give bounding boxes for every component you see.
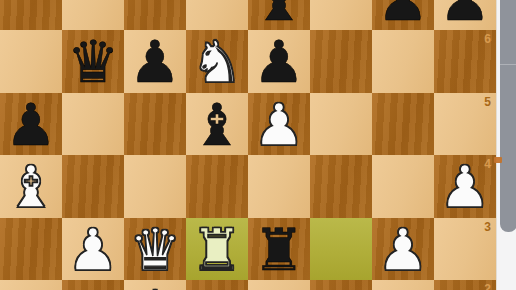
piece-black-pawn-c6[interactable]: ♟: [129, 33, 181, 91]
square-f7[interactable]: [310, 0, 372, 30]
square-b3[interactable]: ♟: [62, 218, 124, 281]
square-a2[interactable]: [0, 280, 62, 290]
square-b2[interactable]: [62, 280, 124, 290]
square-h7[interactable]: ♟: [434, 0, 496, 30]
rank-label-2: 2: [484, 283, 491, 290]
piece-white-pawn-h4[interactable]: ♟: [439, 158, 491, 216]
square-f4[interactable]: [310, 155, 372, 218]
piece-black-rook-e3[interactable]: ♜: [253, 221, 305, 279]
piece-black-queen-b6[interactable]: ♛: [67, 33, 119, 91]
square-e5[interactable]: ♟: [248, 93, 310, 156]
square-d7[interactable]: [186, 0, 248, 30]
square-a7[interactable]: [0, 0, 62, 30]
square-a3[interactable]: [0, 218, 62, 281]
square-a4[interactable]: ♝: [0, 155, 62, 218]
square-d3[interactable]: ♜: [186, 218, 248, 281]
square-f2[interactable]: [310, 280, 372, 290]
square-g5[interactable]: [372, 93, 434, 156]
square-e2[interactable]: [248, 280, 310, 290]
scrollbar-track[interactable]: [496, 0, 516, 290]
rank-label-6: 6: [484, 33, 491, 45]
chess-board: ♝♟♟♛♟♞♟6♟♝♟5♝4♟♟♛♜♜♟3♚2: [0, 0, 496, 290]
square-h5[interactable]: 5: [434, 93, 496, 156]
square-d5[interactable]: ♝: [186, 93, 248, 156]
square-f3[interactable]: [310, 218, 372, 281]
piece-white-pawn-b3[interactable]: ♟: [67, 221, 119, 279]
piece-black-pawn-e6[interactable]: ♟: [253, 33, 305, 91]
square-b7[interactable]: [62, 0, 124, 30]
square-g3[interactable]: ♟: [372, 218, 434, 281]
piece-white-king-c2[interactable]: ♚: [129, 283, 181, 290]
square-c2[interactable]: ♚: [124, 280, 186, 290]
square-b5[interactable]: [62, 93, 124, 156]
piece-white-rook-d3[interactable]: ♜: [191, 221, 243, 279]
square-c6[interactable]: ♟: [124, 30, 186, 93]
square-h4[interactable]: 4♟: [434, 155, 496, 218]
square-a5[interactable]: ♟: [0, 93, 62, 156]
rank-label-5: 5: [484, 96, 491, 108]
square-d6[interactable]: ♞: [186, 30, 248, 93]
stray-orange-mark: [494, 157, 502, 163]
piece-white-pawn-g3[interactable]: ♟: [377, 221, 429, 279]
piece-white-knight-d6[interactable]: ♞: [191, 33, 243, 91]
square-e3[interactable]: ♜: [248, 218, 310, 281]
square-b6[interactable]: ♛: [62, 30, 124, 93]
square-f5[interactable]: [310, 93, 372, 156]
square-e7[interactable]: ♝: [248, 0, 310, 30]
piece-black-pawn-g7[interactable]: ♟: [377, 0, 429, 29]
piece-white-queen-c3[interactable]: ♛: [129, 221, 181, 279]
square-h6[interactable]: 6: [434, 30, 496, 93]
square-e4[interactable]: [248, 155, 310, 218]
square-d4[interactable]: [186, 155, 248, 218]
square-c4[interactable]: [124, 155, 186, 218]
square-c3[interactable]: ♛: [124, 218, 186, 281]
square-g2[interactable]: [372, 280, 434, 290]
piece-black-bishop-e7[interactable]: ♝: [253, 0, 305, 29]
piece-black-bishop-d5[interactable]: ♝: [191, 96, 243, 154]
square-a6[interactable]: [0, 30, 62, 93]
scrollbar-seam: [500, 64, 516, 65]
app-screen: ♝♟♟♛♟♞♟6♟♝♟5♝4♟♟♛♜♜♟3♚2: [0, 0, 516, 290]
square-c7[interactable]: [124, 0, 186, 30]
square-h2[interactable]: 2: [434, 280, 496, 290]
square-g6[interactable]: [372, 30, 434, 93]
piece-white-bishop-a4[interactable]: ♝: [5, 158, 57, 216]
rank-label-3: 3: [484, 221, 491, 233]
square-h3[interactable]: 3: [434, 218, 496, 281]
piece-black-pawn-h7[interactable]: ♟: [439, 0, 491, 29]
board-viewport: ♝♟♟♛♟♞♟6♟♝♟5♝4♟♟♛♜♜♟3♚2: [0, 0, 496, 290]
square-g7[interactable]: ♟: [372, 0, 434, 30]
piece-black-pawn-a5[interactable]: ♟: [5, 96, 57, 154]
piece-white-pawn-e5[interactable]: ♟: [253, 96, 305, 154]
square-d2[interactable]: [186, 280, 248, 290]
scrollbar-thumb[interactable]: [500, 0, 516, 232]
square-b4[interactable]: [62, 155, 124, 218]
square-e6[interactable]: ♟: [248, 30, 310, 93]
square-f6[interactable]: [310, 30, 372, 93]
square-c5[interactable]: [124, 93, 186, 156]
square-g4[interactable]: [372, 155, 434, 218]
